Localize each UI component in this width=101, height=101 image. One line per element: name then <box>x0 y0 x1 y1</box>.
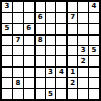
cell-r4c6[interactable] <box>56 35 66 45</box>
cell-r8c1[interactable] <box>2 78 12 88</box>
cell-r6c2[interactable] <box>13 56 23 66</box>
given-digit: 5 <box>5 25 10 32</box>
cell-r3c9[interactable] <box>89 24 99 34</box>
cell-r9c7[interactable] <box>67 89 77 99</box>
given-digit: 4 <box>59 69 64 76</box>
given-digit: 8 <box>38 37 43 44</box>
cell-r4c2[interactable]: 7 <box>13 35 23 45</box>
cell-r1c8[interactable] <box>78 2 88 12</box>
cell-r5c4[interactable] <box>35 46 45 56</box>
given-digit: 2 <box>81 58 86 65</box>
cell-r8c7[interactable]: 2 <box>67 78 77 88</box>
cell-r4c5[interactable] <box>46 35 56 45</box>
cell-r1c5[interactable] <box>46 2 56 12</box>
cell-r9c4[interactable] <box>35 89 45 99</box>
cell-r3c8[interactable] <box>78 24 88 34</box>
given-digit: 3 <box>81 47 86 54</box>
cell-r9c6[interactable] <box>56 89 66 99</box>
cell-r6c7[interactable] <box>67 56 77 66</box>
given-digit: 5 <box>48 91 53 98</box>
cell-r3c7[interactable] <box>67 24 77 34</box>
given-digit: 7 <box>15 37 20 44</box>
cell-r3c3[interactable]: 6 <box>24 24 34 34</box>
given-digit: 3 <box>5 3 10 10</box>
cell-r7c9[interactable] <box>89 67 99 77</box>
cell-r1c6[interactable] <box>56 2 66 12</box>
given-digit: 3 <box>48 69 53 76</box>
cell-r4c4[interactable]: 8 <box>35 35 45 45</box>
cell-r5c7[interactable] <box>67 46 77 56</box>
given-digit: 8 <box>15 80 20 87</box>
given-digit: 2 <box>70 80 75 87</box>
cell-r4c9[interactable] <box>89 35 99 45</box>
cell-r8c6[interactable] <box>56 78 66 88</box>
cell-r2c2[interactable] <box>13 13 23 23</box>
cell-r3c5[interactable] <box>46 24 56 34</box>
cell-r4c7[interactable] <box>67 35 77 45</box>
cell-r4c3[interactable] <box>24 35 34 45</box>
given-digit: 7 <box>70 14 75 21</box>
cell-r1c9[interactable]: 4 <box>89 2 99 12</box>
cell-r5c1[interactable] <box>2 46 12 56</box>
cell-r9c1[interactable] <box>2 89 12 99</box>
cell-r8c4[interactable] <box>35 78 45 88</box>
cell-r7c2[interactable] <box>13 67 23 77</box>
cell-r2c4[interactable]: 6 <box>35 13 45 23</box>
cell-r2c7[interactable]: 7 <box>67 13 77 23</box>
cell-r3c4[interactable] <box>35 24 45 34</box>
cell-r7c3[interactable] <box>24 67 34 77</box>
cell-r8c5[interactable] <box>46 78 56 88</box>
cell-r5c9[interactable]: 5 <box>89 46 99 56</box>
given-digit: 1 <box>70 69 75 76</box>
cell-r6c5[interactable] <box>46 56 56 66</box>
cell-r2c3[interactable] <box>24 13 34 23</box>
cell-r8c2[interactable]: 8 <box>13 78 23 88</box>
cell-r7c6[interactable]: 4 <box>56 67 66 77</box>
cell-r6c1[interactable] <box>2 56 12 66</box>
cell-r2c5[interactable] <box>46 13 56 23</box>
cell-r4c1[interactable] <box>2 35 12 45</box>
cell-r2c9[interactable] <box>89 13 99 23</box>
cell-r1c3[interactable] <box>24 2 34 12</box>
sudoku-board: 34675678352341825 <box>0 0 101 101</box>
cell-r5c2[interactable] <box>13 46 23 56</box>
cell-r7c5[interactable]: 3 <box>46 67 56 77</box>
cell-r1c4[interactable] <box>35 2 45 12</box>
given-digit: 4 <box>92 3 97 10</box>
cell-r7c1[interactable] <box>2 67 12 77</box>
cell-r2c1[interactable] <box>2 13 12 23</box>
cell-r1c7[interactable] <box>67 2 77 12</box>
given-digit: 6 <box>38 14 43 21</box>
cell-r7c4[interactable] <box>35 67 45 77</box>
given-digit: 5 <box>92 47 97 54</box>
cell-r9c9[interactable] <box>89 89 99 99</box>
cell-r2c8[interactable] <box>78 13 88 23</box>
cell-r3c1[interactable]: 5 <box>2 24 12 34</box>
cell-r9c2[interactable] <box>13 89 23 99</box>
given-digit: 6 <box>26 25 31 32</box>
cell-r3c2[interactable] <box>13 24 23 34</box>
cell-r8c8[interactable] <box>78 78 88 88</box>
cell-r1c1[interactable]: 3 <box>2 2 12 12</box>
cell-r8c9[interactable] <box>89 78 99 88</box>
cell-r9c8[interactable] <box>78 89 88 99</box>
cell-r7c7[interactable]: 1 <box>67 67 77 77</box>
cell-r6c6[interactable] <box>56 56 66 66</box>
cell-r6c3[interactable] <box>24 56 34 66</box>
cell-r5c6[interactable] <box>56 46 66 56</box>
cell-r6c8[interactable]: 2 <box>78 56 88 66</box>
cell-r6c9[interactable] <box>89 56 99 66</box>
cell-r1c2[interactable] <box>13 2 23 12</box>
cell-r2c6[interactable] <box>56 13 66 23</box>
cell-r9c5[interactable]: 5 <box>46 89 56 99</box>
cell-r3c6[interactable] <box>56 24 66 34</box>
cell-r5c8[interactable]: 3 <box>78 46 88 56</box>
cell-r6c4[interactable] <box>35 56 45 66</box>
cell-r9c3[interactable] <box>24 89 34 99</box>
cell-r5c5[interactable] <box>46 46 56 56</box>
cell-r5c3[interactable] <box>24 46 34 56</box>
cell-r7c8[interactable] <box>78 67 88 77</box>
cell-r8c3[interactable] <box>24 78 34 88</box>
cell-r4c8[interactable] <box>78 35 88 45</box>
